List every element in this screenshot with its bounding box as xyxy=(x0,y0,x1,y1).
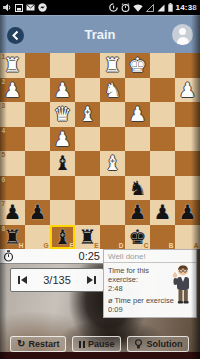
rank-label: 3 xyxy=(2,102,6,109)
chevron-left-icon xyxy=(11,30,20,41)
alarm-icon xyxy=(121,3,130,12)
volume-icon xyxy=(3,3,12,12)
rank-label: 8 xyxy=(2,225,6,232)
stat2-value: 0:09 xyxy=(108,305,123,314)
square-h8[interactable]: 8H♜ xyxy=(0,225,25,250)
square-f3[interactable]: ♛ xyxy=(50,102,75,127)
square-h2[interactable]: 2♟ xyxy=(0,78,25,103)
square-a6[interactable] xyxy=(175,176,200,201)
stat1-value: 2:48 xyxy=(108,284,123,293)
square-d2[interactable]: ♞ xyxy=(100,78,125,103)
clock-time: 14:38 xyxy=(176,3,197,12)
square-a1[interactable] xyxy=(175,53,200,78)
chess-board: 1♜♜♚2♟♟♞♟3♛♝♟4♟5♝♝6♞7♟♟♟♟♟8H♜GF♝E♜DC♚BA xyxy=(0,53,200,249)
file-label: F xyxy=(70,242,74,249)
square-g8[interactable]: G xyxy=(25,225,50,250)
piece-bP-g7[interactable]: ♟ xyxy=(29,200,47,225)
square-a3[interactable] xyxy=(175,102,200,127)
restart-button[interactable]: ↻ Restart xyxy=(10,336,66,352)
square-b6[interactable] xyxy=(150,176,175,201)
square-d8[interactable]: D xyxy=(100,225,125,250)
square-g7[interactable]: ♟ xyxy=(25,200,50,225)
square-b7[interactable]: ♟ xyxy=(150,200,175,225)
square-h3[interactable]: 3 xyxy=(0,102,25,127)
piece-wB-e3[interactable]: ♝ xyxy=(79,102,97,127)
feedback-title: Well done! xyxy=(104,250,196,263)
piece-wP-a2[interactable]: ♟ xyxy=(179,78,197,103)
square-g3[interactable] xyxy=(25,102,50,127)
skip-to-first-button[interactable] xyxy=(18,276,27,284)
square-c4[interactable] xyxy=(125,127,150,152)
stat1-label: Time for this exercise: xyxy=(108,266,149,284)
piece-bP-c7[interactable]: ♟ xyxy=(129,200,147,225)
square-a2[interactable]: ♟ xyxy=(175,78,200,103)
square-c6[interactable]: ♞ xyxy=(125,176,150,201)
file-label: C xyxy=(144,242,149,249)
square-a5[interactable] xyxy=(175,151,200,176)
square-h7[interactable]: 7♟ xyxy=(0,200,25,225)
pause-icon xyxy=(79,341,85,348)
bottom-panel: 0:25 3/135 Well done! Time for this exer… xyxy=(0,249,200,352)
square-d3[interactable] xyxy=(100,102,125,127)
square-b3[interactable] xyxy=(150,102,175,127)
solution-button[interactable]: Solution xyxy=(127,336,189,352)
square-f1[interactable] xyxy=(50,53,75,78)
signal-outline-icon xyxy=(146,4,154,12)
app-bar: Train xyxy=(0,15,200,53)
piece-bP-h7[interactable]: ♟ xyxy=(4,200,22,225)
square-g5[interactable] xyxy=(25,151,50,176)
piece-wN-d2[interactable]: ♞ xyxy=(104,78,122,103)
file-label: B xyxy=(169,242,174,249)
piece-wP-f2[interactable]: ♟ xyxy=(54,78,72,103)
square-h4[interactable]: 4 xyxy=(0,127,25,152)
square-f7[interactable] xyxy=(50,200,75,225)
rank-label: 4 xyxy=(2,127,6,134)
piece-wP-c3[interactable]: ♟ xyxy=(129,102,147,127)
profile-avatar[interactable] xyxy=(172,24,193,45)
square-c2[interactable] xyxy=(125,78,150,103)
square-b1[interactable] xyxy=(150,53,175,78)
square-b5[interactable] xyxy=(150,151,175,176)
square-f4[interactable]: ♟ xyxy=(50,127,75,152)
square-e5[interactable] xyxy=(75,151,100,176)
square-g6[interactable] xyxy=(25,176,50,201)
rank-label: 2 xyxy=(2,78,6,85)
square-b8[interactable]: B xyxy=(150,225,175,250)
screenshot-icon xyxy=(15,4,23,12)
square-e1[interactable] xyxy=(75,53,100,78)
square-e4[interactable] xyxy=(75,127,100,152)
phone-screen: 14:38 Train 1♜♜♚2♟♟♞♟3♛♝♟4♟5♝♝6♞7♟♟♟♟♟8H… xyxy=(0,0,200,359)
file-label: D xyxy=(119,242,124,249)
rank-label: 6 xyxy=(2,176,6,183)
status-bar: 14:38 xyxy=(0,0,200,15)
rank-label: 5 xyxy=(2,151,6,158)
square-e8[interactable]: E♜ xyxy=(75,225,100,250)
square-f8[interactable]: F♝ xyxy=(50,225,75,250)
piece-bN-c6[interactable]: ♞ xyxy=(129,176,147,201)
square-a7[interactable]: ♟ xyxy=(175,200,200,225)
file-label: G xyxy=(43,242,48,249)
square-b2[interactable] xyxy=(150,78,175,103)
square-f5[interactable]: ♝ xyxy=(50,151,75,176)
square-a8[interactable]: A xyxy=(175,225,200,250)
file-label: A xyxy=(194,242,199,249)
square-d4[interactable] xyxy=(100,127,125,152)
exercise-counter: 3/135 xyxy=(10,268,104,292)
page-title: Train xyxy=(0,27,200,42)
piece-wQ-f3[interactable]: ♛ xyxy=(54,102,72,127)
square-f6[interactable] xyxy=(50,176,75,201)
pause-button[interactable]: Pause xyxy=(72,336,121,352)
rank-label: 7 xyxy=(2,200,6,207)
square-g1[interactable] xyxy=(25,53,50,78)
status-left-icons xyxy=(3,3,47,12)
square-e3[interactable]: ♝ xyxy=(75,102,100,127)
skip-to-last-button[interactable] xyxy=(87,276,96,284)
square-c5[interactable] xyxy=(125,151,150,176)
lightbulb-icon xyxy=(134,339,143,350)
mail-icon xyxy=(26,4,35,11)
square-d7[interactable] xyxy=(100,200,125,225)
square-h5[interactable]: 5 xyxy=(0,151,25,176)
restart-icon: ↻ xyxy=(17,339,25,349)
wifi-icon xyxy=(133,4,143,12)
timer-value: 0:25 xyxy=(79,250,100,262)
thumbs-up-mascot-icon xyxy=(168,264,194,306)
piece-wP-h2[interactable]: ♟ xyxy=(4,78,22,103)
piece-bP-b7[interactable]: ♟ xyxy=(154,200,172,225)
piece-wR-h1[interactable]: ♜ xyxy=(4,53,22,78)
square-e2[interactable] xyxy=(75,78,100,103)
piece-bP-a7[interactable]: ♟ xyxy=(179,200,197,225)
square-c8[interactable]: C♚ xyxy=(125,225,150,250)
square-d5[interactable]: ♝ xyxy=(100,151,125,176)
piece-wB-d5[interactable]: ♝ xyxy=(104,151,122,176)
square-c3[interactable]: ♟ xyxy=(125,102,150,127)
piece-wP-f4[interactable]: ♟ xyxy=(54,127,72,152)
file-label: H xyxy=(19,242,24,249)
rank-label: 1 xyxy=(2,53,6,60)
piece-wK-c1[interactable]: ♚ xyxy=(129,53,147,78)
data-saver-icon xyxy=(109,3,118,12)
square-e6[interactable] xyxy=(75,176,100,201)
stat2-label: ø Time per exercise xyxy=(108,296,174,305)
status-right-icons: 14:38 xyxy=(109,3,197,12)
square-c7[interactable]: ♟ xyxy=(125,200,150,225)
signal-icon xyxy=(157,4,165,12)
square-g2[interactable] xyxy=(25,78,50,103)
square-d6[interactable] xyxy=(100,176,125,201)
file-label: E xyxy=(94,242,98,249)
square-h1[interactable]: 1♜ xyxy=(0,53,25,78)
feedback-card: Well done! Time for this exercise: 2:48 … xyxy=(103,249,197,318)
action-buttons: ↻ Restart Pause Solution xyxy=(10,336,189,352)
square-b4[interactable] xyxy=(150,127,175,152)
piece-bB-f5[interactable]: ♝ xyxy=(54,151,72,176)
exercise-timer: 0:25 xyxy=(0,249,104,264)
square-c1[interactable]: ♚ xyxy=(125,53,150,78)
square-a4[interactable] xyxy=(175,127,200,152)
square-f2[interactable]: ♟ xyxy=(50,78,75,103)
stopwatch-icon xyxy=(3,250,14,262)
square-d1[interactable]: ♜ xyxy=(100,53,125,78)
counter-value: 3/135 xyxy=(43,274,71,286)
person-icon xyxy=(179,28,186,35)
back-button[interactable] xyxy=(7,27,24,44)
square-e7[interactable] xyxy=(75,200,100,225)
navigation-strip xyxy=(0,352,200,359)
square-h6[interactable]: 6 xyxy=(0,176,25,201)
battery-icon xyxy=(168,3,173,12)
piece-wR-d1[interactable]: ♜ xyxy=(104,53,122,78)
messenger-icon xyxy=(38,3,47,12)
square-g4[interactable] xyxy=(25,127,50,152)
